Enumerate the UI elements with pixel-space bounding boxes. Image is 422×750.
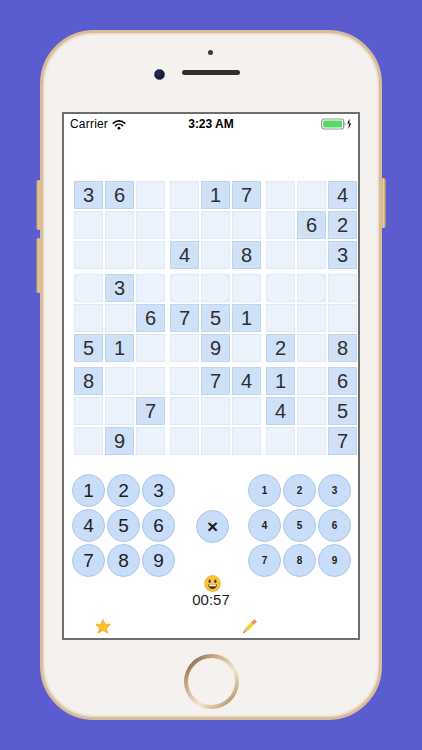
sudoku-cell-r7c2[interactable] (105, 367, 134, 395)
sudoku-cell-r7c7[interactable]: 1 (266, 367, 295, 395)
sudoku-cell-r3c2[interactable] (105, 241, 134, 269)
sudoku-cell-r6c9[interactable]: 8 (328, 334, 357, 362)
sudoku-block: 879 (74, 367, 165, 455)
sudoku-cell-r4c8[interactable] (297, 274, 326, 302)
sudoku-cell-r8c8[interactable] (297, 397, 326, 425)
sudoku-cell-r6c5[interactable]: 9 (201, 334, 230, 362)
sudoku-cell-r2c5[interactable] (201, 211, 230, 239)
sudoku-cell-r8c6[interactable] (232, 397, 261, 425)
sudoku-cell-r4c4[interactable] (170, 274, 199, 302)
sudoku-cell-r9c3[interactable] (136, 427, 165, 455)
digit-key-9[interactable]: 9 (142, 544, 175, 577)
smiley-face-icon[interactable] (204, 575, 221, 592)
sudoku-block: 7519 (170, 274, 261, 362)
sudoku-cell-r5c4[interactable]: 7 (170, 304, 199, 332)
sudoku-cell-r8c2[interactable] (105, 397, 134, 425)
sudoku-board: 361748462336517519288797416457 (74, 181, 357, 455)
sudoku-cell-r4c2[interactable]: 3 (105, 274, 134, 302)
note-key-3[interactable]: 3 (318, 474, 351, 507)
sudoku-block: 3651 (74, 274, 165, 362)
app-screen: Carrier 3:23 AM 361748462336517519288797… (62, 112, 360, 640)
sudoku-cell-r5c6[interactable]: 1 (232, 304, 261, 332)
digit-key-8[interactable]: 8 (107, 544, 140, 577)
note-key-2[interactable]: 2 (283, 474, 316, 507)
note-key-5[interactable]: 5 (283, 509, 316, 542)
digit-key-3[interactable]: 3 (142, 474, 175, 507)
sudoku-cell-r4c6[interactable] (232, 274, 261, 302)
sudoku-cell-r9c4[interactable] (170, 427, 199, 455)
note-key-8[interactable]: 8 (283, 544, 316, 577)
sudoku-cell-r7c1[interactable]: 8 (74, 367, 103, 395)
note-key-9[interactable]: 9 (318, 544, 351, 577)
sudoku-cell-r5c2[interactable] (105, 304, 134, 332)
sudoku-cell-r8c7[interactable]: 4 (266, 397, 295, 425)
sudoku-cell-r6c2[interactable]: 1 (105, 334, 134, 362)
sudoku-cell-r3c4[interactable]: 4 (170, 241, 199, 269)
purple-background: Carrier 3:23 AM 361748462336517519288797… (0, 0, 422, 750)
sudoku-cell-r2c3[interactable] (136, 211, 165, 239)
sudoku-cell-r9c7[interactable] (266, 427, 295, 455)
digit-key-5[interactable]: 5 (107, 509, 140, 542)
sudoku-cell-r5c7[interactable] (266, 304, 295, 332)
front-camera-icon (154, 69, 165, 80)
sudoku-cell-r3c7[interactable] (266, 241, 295, 269)
timer-label: 00:57 (64, 591, 358, 608)
sudoku-cell-r4c7[interactable] (266, 274, 295, 302)
proximity-sensor-dot (208, 50, 213, 55)
sudoku-cell-r5c9[interactable] (328, 304, 357, 332)
sudoku-cell-r7c3[interactable] (136, 367, 165, 395)
sudoku-cell-r5c8[interactable] (297, 304, 326, 332)
sudoku-cell-r2c2[interactable] (105, 211, 134, 239)
sudoku-cell-r8c1[interactable] (74, 397, 103, 425)
sudoku-cell-r1c5[interactable]: 1 (201, 181, 230, 209)
sudoku-cell-r5c3[interactable]: 6 (136, 304, 165, 332)
sudoku-block: 74 (170, 367, 261, 455)
note-key-6[interactable]: 6 (318, 509, 351, 542)
sudoku-block: 1748 (170, 181, 261, 269)
note-keypad: 123456789 (248, 474, 351, 577)
sudoku-cell-r6c1[interactable]: 5 (74, 334, 103, 362)
sudoku-cell-r8c5[interactable] (201, 397, 230, 425)
hint-star-icon[interactable] (94, 618, 112, 636)
sudoku-cell-r1c8[interactable] (297, 181, 326, 209)
sudoku-cell-r9c6[interactable] (232, 427, 261, 455)
sudoku-cell-r7c6[interactable]: 4 (232, 367, 261, 395)
sudoku-cell-r4c9[interactable] (328, 274, 357, 302)
sudoku-cell-r4c3[interactable] (136, 274, 165, 302)
sudoku-cell-r9c1[interactable] (74, 427, 103, 455)
sudoku-cell-r9c8[interactable] (297, 427, 326, 455)
sudoku-cell-r8c3[interactable]: 7 (136, 397, 165, 425)
sudoku-cell-r6c6[interactable] (232, 334, 261, 362)
digit-key-1[interactable]: 1 (72, 474, 105, 507)
sudoku-cell-r3c6[interactable]: 8 (232, 241, 261, 269)
sudoku-cell-r1c2[interactable]: 6 (105, 181, 134, 209)
sudoku-cell-r1c3[interactable] (136, 181, 165, 209)
note-key-1[interactable]: 1 (248, 474, 281, 507)
earpiece-speaker (182, 70, 240, 75)
sudoku-cell-r2c8[interactable]: 6 (297, 211, 326, 239)
sudoku-cell-r9c9[interactable]: 7 (328, 427, 357, 455)
sudoku-cell-r8c9[interactable]: 5 (328, 397, 357, 425)
sudoku-cell-r2c4[interactable] (170, 211, 199, 239)
sudoku-block: 36 (74, 181, 165, 269)
sudoku-cell-r3c9[interactable]: 3 (328, 241, 357, 269)
sudoku-cell-r1c4[interactable] (170, 181, 199, 209)
digit-key-4[interactable]: 4 (72, 509, 105, 542)
sudoku-cell-r7c8[interactable] (297, 367, 326, 395)
sudoku-cell-r3c8[interactable] (297, 241, 326, 269)
digit-key-2[interactable]: 2 (107, 474, 140, 507)
sudoku-cell-r2c1[interactable] (74, 211, 103, 239)
clear-button[interactable]: × (196, 510, 229, 543)
note-key-4[interactable]: 4 (248, 509, 281, 542)
sudoku-cell-r2c7[interactable] (266, 211, 295, 239)
sudoku-cell-r1c1[interactable]: 3 (74, 181, 103, 209)
sudoku-cell-r4c1[interactable] (74, 274, 103, 302)
pencil-notes-icon[interactable] (240, 618, 258, 636)
sudoku-cell-r9c5[interactable] (201, 427, 230, 455)
status-bar: Carrier 3:23 AM (64, 114, 358, 134)
sudoku-cell-r6c4[interactable] (170, 334, 199, 362)
sudoku-block: 28 (266, 274, 357, 362)
sudoku-block: 4623 (266, 181, 357, 269)
sudoku-cell-r9c2[interactable]: 9 (105, 427, 134, 455)
sudoku-cell-r4c5[interactable] (201, 274, 230, 302)
digit-key-7[interactable]: 7 (72, 544, 105, 577)
sudoku-cell-r7c9[interactable]: 6 (328, 367, 357, 395)
sudoku-cell-r7c5[interactable]: 7 (201, 367, 230, 395)
sudoku-cell-r3c3[interactable] (136, 241, 165, 269)
home-button-inner (188, 658, 235, 705)
sudoku-cell-r3c1[interactable] (74, 241, 103, 269)
sudoku-cell-r6c7[interactable]: 2 (266, 334, 295, 362)
sudoku-cell-r2c6[interactable] (232, 211, 261, 239)
sudoku-cell-r2c9[interactable]: 2 (328, 211, 357, 239)
sudoku-cell-r1c6[interactable]: 7 (232, 181, 261, 209)
digit-key-6[interactable]: 6 (142, 509, 175, 542)
sudoku-block: 16457 (266, 367, 357, 455)
home-button[interactable] (184, 654, 239, 709)
note-key-7[interactable]: 7 (248, 544, 281, 577)
sudoku-cell-r3c5[interactable] (201, 241, 230, 269)
sudoku-cell-r6c8[interactable] (297, 334, 326, 362)
sudoku-cell-r1c7[interactable] (266, 181, 295, 209)
sudoku-cell-r7c4[interactable] (170, 367, 199, 395)
sudoku-cell-r5c1[interactable] (74, 304, 103, 332)
sudoku-cell-r6c3[interactable] (136, 334, 165, 362)
clock-label: 3:23 AM (64, 117, 358, 131)
digit-keypad: 123456789 (72, 474, 175, 577)
sudoku-cell-r5c5[interactable]: 5 (201, 304, 230, 332)
sudoku-cell-r8c4[interactable] (170, 397, 199, 425)
sudoku-cell-r1c9[interactable]: 4 (328, 181, 357, 209)
